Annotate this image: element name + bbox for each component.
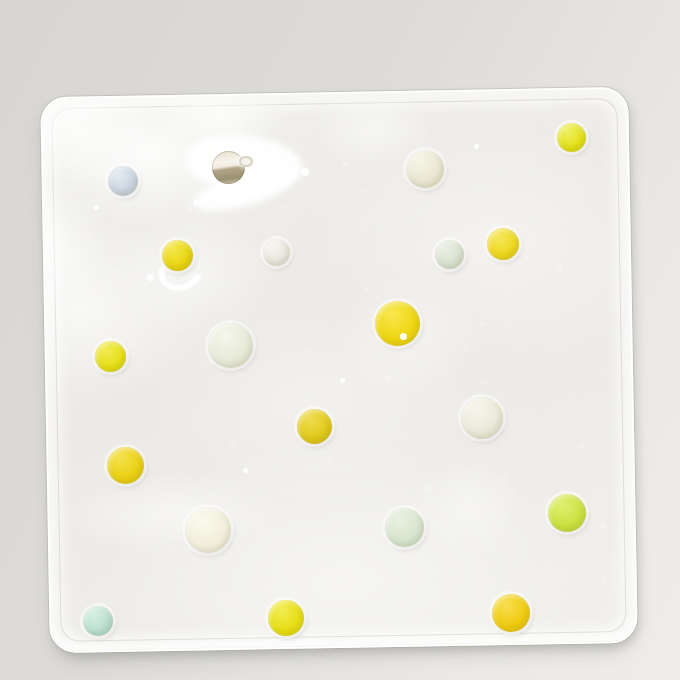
frost-speck [331, 571, 336, 576]
frost-speck [363, 231, 365, 233]
frost-speck [538, 269, 541, 272]
frost-speck [232, 505, 236, 509]
frost-speck [481, 380, 485, 384]
glass-frost-texture [42, 89, 636, 651]
frost-speck [479, 320, 485, 326]
frost-speck [112, 299, 116, 303]
frost-speck [428, 602, 434, 608]
frost-speck [385, 375, 391, 381]
frost-speck [463, 346, 469, 352]
glass-plate [40, 87, 638, 653]
frost-speck [283, 205, 287, 209]
frost-swirl [122, 89, 324, 164]
frost-speck [253, 606, 258, 611]
frost-speck [89, 151, 94, 156]
frost-swirl [79, 176, 312, 370]
frost-swirl [42, 144, 131, 347]
frost-speck [381, 280, 386, 285]
frost-speck [536, 185, 541, 190]
frost-speck [208, 308, 210, 310]
photo-fused-glass-dish [0, 0, 680, 680]
frost-speck [349, 577, 352, 580]
frost-speck [327, 457, 331, 461]
frost-speck [559, 346, 563, 350]
frost-speck [522, 553, 528, 559]
frost-speck [91, 220, 94, 223]
frost-swirl [42, 450, 330, 576]
frost-speck [230, 442, 236, 448]
frost-speck [602, 578, 606, 582]
frost-speck [424, 485, 429, 490]
frost-speck [308, 419, 314, 425]
frost-speck [267, 231, 271, 235]
frost-speck [306, 350, 309, 353]
frost-speck [518, 176, 520, 178]
frost-speck [502, 475, 507, 480]
frost-swirl [305, 252, 508, 425]
frost-speck [228, 394, 231, 397]
frost-speck [440, 214, 442, 216]
frost-speck [361, 189, 365, 193]
frost-speck [96, 594, 98, 596]
frost-speck [153, 479, 159, 485]
frost-speck [287, 334, 292, 339]
frost-speck [342, 161, 348, 167]
frost-speck [524, 587, 528, 591]
frost-speck [190, 295, 194, 299]
frost-speck [174, 581, 176, 583]
frost-speck [135, 478, 138, 481]
frost-speck [459, 244, 464, 249]
frost-speck [561, 406, 563, 408]
frost-speck [328, 488, 330, 490]
frost-speck [132, 398, 137, 403]
frost-speck [251, 546, 253, 548]
frost-speck [167, 123, 172, 128]
frost-speck [426, 536, 429, 539]
frost-swirl [42, 89, 194, 222]
frost-speck [155, 557, 159, 561]
frost-speck [130, 333, 132, 335]
frost-speck [383, 320, 386, 323]
frost-speck [600, 522, 606, 528]
frost-speck [556, 264, 562, 270]
frost-speck [581, 501, 584, 504]
frost-speck [579, 443, 584, 448]
frost-speck [365, 287, 370, 292]
frost-speck [438, 150, 442, 154]
frost-speck [403, 393, 407, 397]
frost-speck [285, 262, 287, 264]
frost-speck [483, 418, 485, 420]
frost-speck [187, 206, 193, 212]
frost-speck [185, 169, 188, 172]
frost-speck [169, 177, 172, 180]
frost-speck [263, 135, 266, 138]
frost-speck [503, 511, 506, 514]
frost-swirl [388, 441, 550, 574]
frost-speck [265, 194, 271, 200]
frost-swirl [287, 89, 459, 186]
frost-speck [461, 306, 464, 309]
frost-speck [210, 358, 215, 363]
frost-speck [406, 483, 408, 485]
frost-speck [71, 125, 73, 127]
frost-speck [110, 269, 116, 275]
